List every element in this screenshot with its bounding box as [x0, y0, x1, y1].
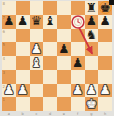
rank-label: 8: [3, 1, 6, 6]
square-d2[interactable]: [43, 84, 57, 98]
piece-white-pawn[interactable]: ♟: [98, 84, 112, 98]
square-f6[interactable]: [71, 29, 85, 43]
square-h4[interactable]: [98, 56, 112, 70]
square-h2[interactable]: ♟: [98, 84, 112, 98]
square-c1[interactable]: [30, 97, 44, 111]
square-b2[interactable]: ♟: [16, 84, 30, 98]
piece-black-pawn[interactable]: ♟: [2, 15, 16, 29]
board: 8♜♚7♟♟♛♝♟♟6♞5♟♟4♝♟32♟♟♟♟♟1♚: [2, 1, 112, 111]
rank-label: 3: [3, 70, 6, 75]
square-c7[interactable]: ♛: [30, 15, 44, 29]
chess-diagram: 8♜♚7♟♟♛♝♟♟6♞5♟♟4♝♟32♟♟♟♟♟1♚ abcdefgh: [0, 0, 114, 116]
rank-label: 4: [3, 56, 6, 61]
square-d1[interactable]: [43, 97, 57, 111]
square-d5[interactable]: [43, 42, 57, 56]
square-g5[interactable]: [85, 42, 99, 56]
piece-black-bishop[interactable]: ♝: [43, 15, 57, 29]
piece-white-pawn[interactable]: ♟: [16, 84, 30, 98]
piece-black-pawn[interactable]: ♟: [16, 15, 30, 29]
rank-label: 5: [3, 42, 6, 47]
square-a2[interactable]: 2♟: [2, 84, 16, 98]
piece-white-pawn[interactable]: ♟: [30, 42, 44, 56]
square-f8[interactable]: [71, 1, 85, 15]
square-f2[interactable]: ♟: [71, 84, 85, 98]
square-e8[interactable]: [57, 1, 71, 15]
square-f4[interactable]: ♟: [71, 56, 85, 70]
piece-white-bishop[interactable]: ♝: [30, 56, 44, 70]
square-e2[interactable]: [57, 84, 71, 98]
square-e4[interactable]: [57, 56, 71, 70]
square-b6[interactable]: [16, 29, 30, 43]
black-to-move-indicator: [109, 0, 114, 5]
piece-black-pawn[interactable]: ♟: [71, 56, 85, 70]
square-e1[interactable]: [57, 97, 71, 111]
square-d7[interactable]: ♝: [43, 15, 57, 29]
square-c5[interactable]: ♟: [30, 42, 44, 56]
file-label: g: [85, 112, 99, 116]
file-label: a: [2, 112, 16, 116]
file-label: b: [16, 112, 30, 116]
square-f7[interactable]: [71, 15, 85, 29]
file-label: f: [71, 112, 85, 116]
file-label: d: [43, 112, 57, 116]
square-a1[interactable]: 1: [2, 97, 16, 111]
square-a5[interactable]: 5: [2, 42, 16, 56]
square-h7[interactable]: ♟: [98, 15, 112, 29]
square-c2[interactable]: [30, 84, 44, 98]
square-g4[interactable]: [85, 56, 99, 70]
piece-black-queen[interactable]: ♛: [30, 15, 44, 29]
piece-black-knight[interactable]: ♞: [85, 29, 99, 43]
square-a7[interactable]: 7♟: [2, 15, 16, 29]
rank-label: 1: [3, 97, 6, 102]
square-b1[interactable]: [16, 97, 30, 111]
square-d4[interactable]: [43, 56, 57, 70]
square-b7[interactable]: ♟: [16, 15, 30, 29]
square-b4[interactable]: [16, 56, 30, 70]
piece-white-pawn[interactable]: ♟: [2, 84, 16, 98]
square-c3[interactable]: [30, 70, 44, 84]
piece-black-pawn[interactable]: ♟: [98, 15, 112, 29]
file-labels: abcdefgh: [2, 112, 112, 116]
square-e3[interactable]: [57, 70, 71, 84]
square-g6[interactable]: ♞: [85, 29, 99, 43]
square-d3[interactable]: [43, 70, 57, 84]
square-g1[interactable]: ♚: [85, 97, 99, 111]
square-f1[interactable]: [71, 97, 85, 111]
file-label: h: [98, 112, 112, 116]
rank-label: 6: [3, 29, 6, 34]
square-e5[interactable]: ♟: [57, 42, 71, 56]
piece-white-pawn[interactable]: ♟: [71, 84, 85, 98]
square-h1[interactable]: [98, 97, 112, 111]
file-label: c: [30, 112, 44, 116]
square-a4[interactable]: 4: [2, 56, 16, 70]
square-a6[interactable]: 6: [2, 29, 16, 43]
file-label: e: [57, 112, 71, 116]
square-d6[interactable]: [43, 29, 57, 43]
square-e7[interactable]: [57, 15, 71, 29]
square-b5[interactable]: [16, 42, 30, 56]
square-f5[interactable]: [71, 42, 85, 56]
piece-white-king[interactable]: ♚: [85, 97, 99, 111]
square-h6[interactable]: [98, 29, 112, 43]
square-h5[interactable]: [98, 42, 112, 56]
piece-black-pawn[interactable]: ♟: [57, 42, 71, 56]
square-c4[interactable]: ♝: [30, 56, 44, 70]
